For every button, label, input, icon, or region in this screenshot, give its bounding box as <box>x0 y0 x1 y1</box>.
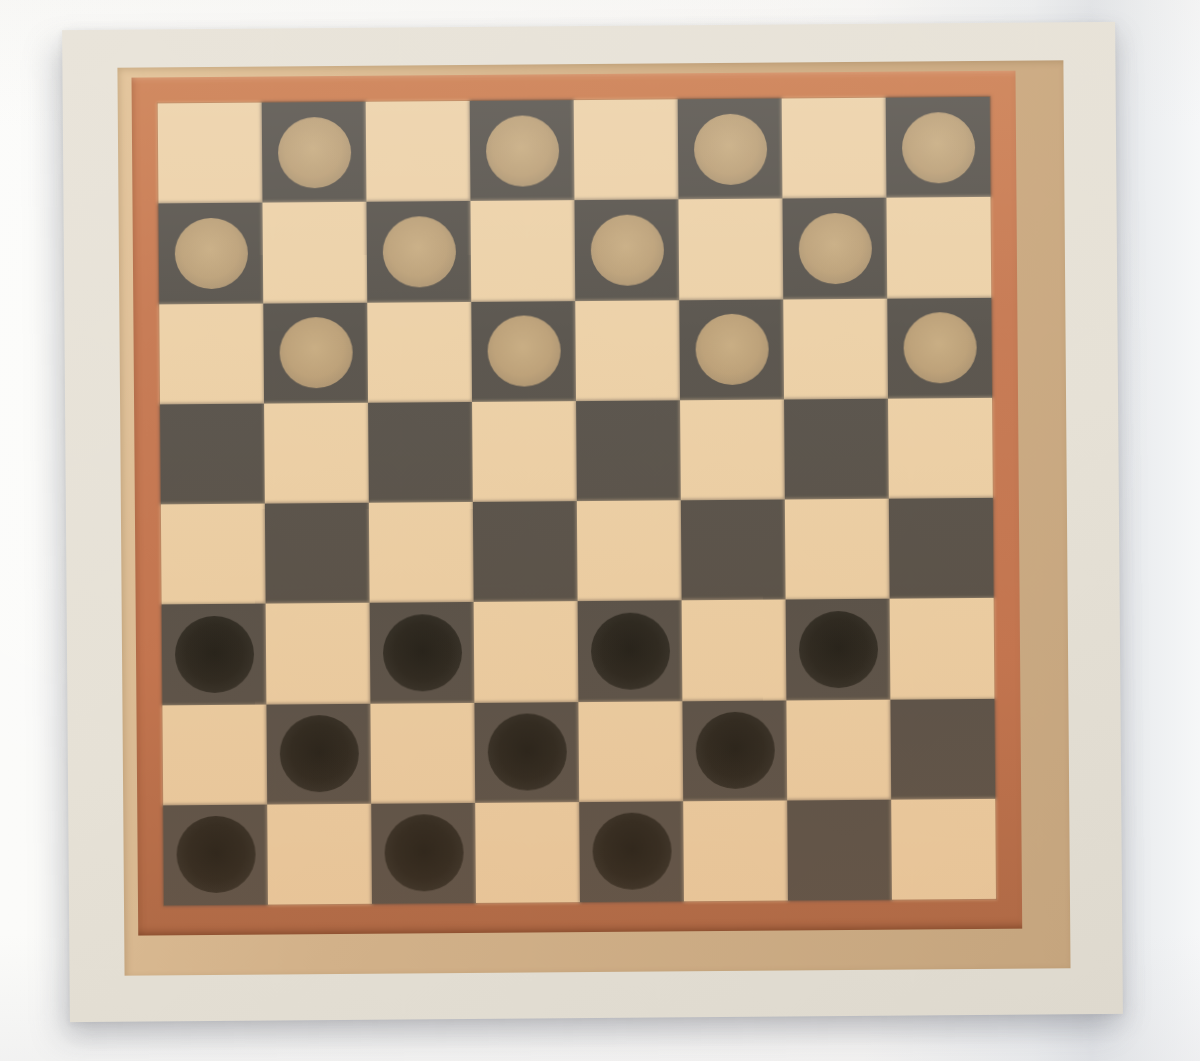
board-square[interactable] <box>160 403 265 504</box>
board-square[interactable] <box>787 799 892 900</box>
checker-piece-light[interactable] <box>174 218 248 290</box>
board-square[interactable] <box>888 398 993 499</box>
board-square[interactable] <box>575 300 680 401</box>
board-square[interactable] <box>886 97 991 198</box>
board-square[interactable] <box>782 198 887 299</box>
board-square[interactable] <box>267 803 372 904</box>
checker-piece-light[interactable] <box>590 214 664 286</box>
board-square[interactable] <box>579 801 684 902</box>
board-square[interactable] <box>158 203 263 304</box>
board-square[interactable] <box>369 502 474 603</box>
checker-piece-light[interactable] <box>279 317 353 389</box>
board-square[interactable] <box>370 602 475 703</box>
checker-piece-light[interactable] <box>903 312 977 384</box>
board-square[interactable] <box>680 399 785 500</box>
board-square[interactable] <box>367 301 472 402</box>
board-square[interactable] <box>890 598 995 699</box>
board-square[interactable] <box>475 802 580 903</box>
board-square[interactable] <box>366 201 471 302</box>
board-square[interactable] <box>473 501 578 602</box>
board-square[interactable] <box>785 499 890 600</box>
checker-piece-dark[interactable] <box>590 612 670 690</box>
checker-piece-light[interactable] <box>485 115 559 187</box>
board-square[interactable] <box>783 298 888 399</box>
board-square[interactable] <box>470 100 575 201</box>
board-square[interactable] <box>366 101 471 202</box>
checker-piece-dark[interactable] <box>487 713 567 791</box>
checker-piece-dark[interactable] <box>176 816 256 894</box>
board-square[interactable] <box>163 804 268 905</box>
board-square[interactable] <box>471 301 576 402</box>
board-square[interactable] <box>678 99 783 200</box>
checker-piece-light[interactable] <box>382 216 456 288</box>
board-square[interactable] <box>578 701 683 802</box>
checker-piece-light[interactable] <box>487 315 561 387</box>
board-square[interactable] <box>574 99 679 200</box>
board-square[interactable] <box>578 601 683 702</box>
board-square[interactable] <box>474 601 579 702</box>
checker-piece-dark[interactable] <box>798 611 878 689</box>
board-square[interactable] <box>474 702 579 803</box>
board-square[interactable] <box>262 202 367 303</box>
checker-piece-dark[interactable] <box>695 712 775 790</box>
checker-piece-light[interactable] <box>277 117 351 189</box>
board-square[interactable] <box>470 200 575 301</box>
board-square[interactable] <box>887 297 992 398</box>
board-square[interactable] <box>889 498 994 599</box>
board-square[interactable] <box>891 799 996 900</box>
board-square[interactable] <box>266 603 371 704</box>
board-square[interactable] <box>162 704 267 805</box>
checkers-grid <box>158 97 996 906</box>
board-square[interactable] <box>682 700 787 801</box>
board-square[interactable] <box>679 299 784 400</box>
board-square[interactable] <box>472 401 577 502</box>
board-square[interactable] <box>263 302 368 403</box>
checker-piece-light[interactable] <box>798 213 872 285</box>
board-square[interactable] <box>158 103 263 204</box>
checker-piece-dark[interactable] <box>384 814 464 892</box>
board-square[interactable] <box>574 200 679 301</box>
checker-piece-light[interactable] <box>693 113 767 185</box>
board-square[interactable] <box>784 398 889 499</box>
checkers-board-box <box>62 22 1123 1022</box>
board-square[interactable] <box>162 604 267 705</box>
board-inner-bevel <box>117 60 1070 975</box>
board-square[interactable] <box>786 699 891 800</box>
checker-piece-dark[interactable] <box>592 813 672 891</box>
board-square[interactable] <box>264 403 369 504</box>
board-square[interactable] <box>683 800 788 901</box>
board-square[interactable] <box>576 400 681 501</box>
board-square[interactable] <box>782 98 887 199</box>
board-square[interactable] <box>577 500 682 601</box>
checker-piece-light[interactable] <box>901 112 975 184</box>
board-square[interactable] <box>371 803 476 904</box>
board-square[interactable] <box>266 703 371 804</box>
board-square[interactable] <box>786 599 891 700</box>
board-square[interactable] <box>265 503 370 604</box>
board-square[interactable] <box>682 600 787 701</box>
board-square[interactable] <box>890 698 995 799</box>
board-terracotta-rim <box>131 71 1022 936</box>
board-square[interactable] <box>161 504 266 605</box>
checker-piece-light[interactable] <box>695 314 769 386</box>
checker-piece-dark[interactable] <box>382 614 462 692</box>
board-square[interactable] <box>678 199 783 300</box>
checker-piece-dark[interactable] <box>174 616 254 694</box>
checker-piece-dark[interactable] <box>279 715 359 793</box>
board-square[interactable] <box>370 702 475 803</box>
board-square[interactable] <box>681 499 786 600</box>
board-square[interactable] <box>159 303 264 404</box>
board-square[interactable] <box>262 102 367 203</box>
board-square[interactable] <box>886 197 991 298</box>
board-square[interactable] <box>368 402 473 503</box>
